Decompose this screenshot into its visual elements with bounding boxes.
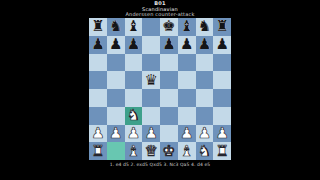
square-f1[interactable]: ♝: [178, 142, 196, 160]
square-a3[interactable]: [89, 107, 107, 125]
square-e4[interactable]: [160, 89, 178, 107]
piece-black-queen[interactable]: ♛: [144, 72, 157, 87]
app-background: B01 Scandinavian Anderssen counter-attac…: [0, 0, 320, 180]
square-g4[interactable]: [196, 89, 214, 107]
square-b2[interactable]: ♟: [107, 125, 125, 143]
square-e1[interactable]: ♚: [160, 142, 178, 160]
square-f6[interactable]: [178, 54, 196, 72]
piece-black-pawn[interactable]: ♟: [215, 37, 228, 52]
square-c3[interactable]: ♞: [125, 107, 143, 125]
piece-white-pawn[interactable]: ♟: [127, 125, 140, 140]
square-a8[interactable]: ♜: [89, 18, 107, 36]
square-e6[interactable]: [160, 54, 178, 72]
square-c5[interactable]: [125, 71, 143, 89]
square-b1[interactable]: [107, 142, 125, 160]
square-e7[interactable]: ♟: [160, 36, 178, 54]
piece-black-pawn[interactable]: ♟: [180, 37, 193, 52]
square-h5[interactable]: [213, 71, 231, 89]
square-f5[interactable]: [178, 71, 196, 89]
piece-black-pawn[interactable]: ♟: [198, 37, 211, 52]
square-f8[interactable]: ♝: [178, 18, 196, 36]
square-h6[interactable]: [213, 54, 231, 72]
piece-white-knight[interactable]: ♞: [127, 108, 140, 123]
piece-white-pawn[interactable]: ♟: [198, 125, 211, 140]
square-h7[interactable]: ♟: [213, 36, 231, 54]
piece-white-pawn[interactable]: ♟: [109, 125, 122, 140]
square-a7[interactable]: ♟: [89, 36, 107, 54]
square-d4[interactable]: [142, 89, 160, 107]
piece-white-queen[interactable]: ♛: [144, 143, 157, 158]
square-c8[interactable]: ♝: [125, 18, 143, 36]
square-g6[interactable]: [196, 54, 214, 72]
square-d3[interactable]: [142, 107, 160, 125]
piece-white-pawn[interactable]: ♟: [91, 125, 104, 140]
square-h8[interactable]: ♜: [213, 18, 231, 36]
piece-white-king[interactable]: ♚: [162, 143, 175, 158]
piece-black-pawn[interactable]: ♟: [162, 37, 175, 52]
square-c4[interactable]: [125, 89, 143, 107]
square-f7[interactable]: ♟: [178, 36, 196, 54]
piece-black-knight[interactable]: ♞: [109, 19, 122, 34]
square-c2[interactable]: ♟: [125, 125, 143, 143]
square-d7[interactable]: [142, 36, 160, 54]
square-h3[interactable]: [213, 107, 231, 125]
square-a1[interactable]: ♜: [89, 142, 107, 160]
piece-black-pawn[interactable]: ♟: [109, 37, 122, 52]
square-a6[interactable]: [89, 54, 107, 72]
square-g8[interactable]: ♞: [196, 18, 214, 36]
square-c1[interactable]: ♝: [125, 142, 143, 160]
variation-name: Anderssen counter-attack: [0, 12, 320, 18]
piece-white-pawn[interactable]: ♟: [144, 125, 157, 140]
piece-black-king[interactable]: ♚: [162, 19, 175, 34]
piece-black-pawn[interactable]: ♟: [127, 37, 140, 52]
piece-white-bishop[interactable]: ♝: [127, 143, 140, 158]
square-g3[interactable]: [196, 107, 214, 125]
square-g7[interactable]: ♟: [196, 36, 214, 54]
square-e8[interactable]: ♚: [160, 18, 178, 36]
piece-black-rook[interactable]: ♜: [215, 19, 228, 34]
square-d5[interactable]: ♛: [142, 71, 160, 89]
square-e3[interactable]: [160, 107, 178, 125]
square-b3[interactable]: [107, 107, 125, 125]
square-a5[interactable]: [89, 71, 107, 89]
square-b8[interactable]: ♞: [107, 18, 125, 36]
square-h4[interactable]: [213, 89, 231, 107]
square-d2[interactable]: ♟: [142, 125, 160, 143]
square-d6[interactable]: [142, 54, 160, 72]
square-h2[interactable]: ♟: [213, 125, 231, 143]
piece-white-pawn[interactable]: ♟: [180, 125, 193, 140]
square-c7[interactable]: ♟: [125, 36, 143, 54]
square-c6[interactable]: [125, 54, 143, 72]
opening-header: B01 Scandinavian Anderssen counter-attac…: [0, 1, 320, 18]
square-f3[interactable]: [178, 107, 196, 125]
square-b6[interactable]: [107, 54, 125, 72]
square-b7[interactable]: ♟: [107, 36, 125, 54]
square-b5[interactable]: [107, 71, 125, 89]
piece-black-rook[interactable]: ♜: [91, 19, 104, 34]
square-b4[interactable]: [107, 89, 125, 107]
square-h1[interactable]: ♜: [213, 142, 231, 160]
square-d8[interactable]: [142, 18, 160, 36]
piece-white-knight[interactable]: ♞: [198, 143, 211, 158]
piece-black-bishop[interactable]: ♝: [127, 19, 140, 34]
square-f4[interactable]: [178, 89, 196, 107]
square-g1[interactable]: ♞: [196, 142, 214, 160]
chess-board: ♜♞♝♚♝♞♜♟♟♟♟♟♟♟♛♞♟♟♟♟♟♟♟♜♝♛♚♝♞♜: [89, 18, 231, 160]
square-g5[interactable]: [196, 71, 214, 89]
piece-white-bishop[interactable]: ♝: [180, 143, 193, 158]
move-list: 1. e4 d5 2. exd5 Qxd5 3. Nc3 Qa5 4. d4 e…: [0, 162, 320, 168]
square-a2[interactable]: ♟: [89, 125, 107, 143]
piece-black-knight[interactable]: ♞: [198, 19, 211, 34]
square-f2[interactable]: ♟: [178, 125, 196, 143]
square-e5[interactable]: [160, 71, 178, 89]
piece-black-pawn[interactable]: ♟: [91, 37, 104, 52]
square-d1[interactable]: ♛: [142, 142, 160, 160]
piece-white-pawn[interactable]: ♟: [215, 125, 228, 140]
piece-black-bishop[interactable]: ♝: [180, 19, 193, 34]
square-e2[interactable]: [160, 125, 178, 143]
square-a4[interactable]: [89, 89, 107, 107]
piece-white-rook[interactable]: ♜: [215, 143, 228, 158]
piece-white-rook[interactable]: ♜: [91, 143, 104, 158]
square-g2[interactable]: ♟: [196, 125, 214, 143]
